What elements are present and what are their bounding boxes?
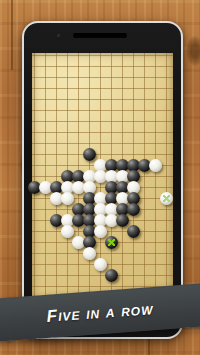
banner-title: Five in a row (46, 299, 154, 327)
stone-white (61, 192, 74, 205)
stone-black (116, 214, 129, 227)
stone-black (105, 269, 118, 282)
green-mark-icon (108, 239, 115, 246)
camera-dot (57, 34, 60, 37)
stone-black (105, 236, 118, 249)
scene: Five in a row (0, 0, 200, 355)
wood-knot (186, 36, 200, 66)
stone-white (149, 159, 162, 172)
speaker-slot (73, 33, 127, 38)
stone-white (160, 192, 173, 205)
wood-plank-seam (11, 0, 13, 70)
stone-white (83, 247, 96, 260)
stone-white (94, 258, 107, 271)
stone-black (127, 203, 140, 216)
stone-white (61, 225, 74, 238)
stone-black (83, 148, 96, 161)
green-mark-icon (163, 195, 170, 202)
stone-white (94, 225, 107, 238)
game-board[interactable] (32, 53, 173, 315)
stone-black (127, 225, 140, 238)
stones-layer (32, 53, 173, 315)
